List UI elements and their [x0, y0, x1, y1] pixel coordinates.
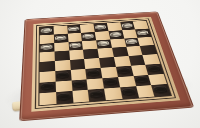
square-d8[interactable]: ⛂ — [88, 89, 106, 102]
white-piece[interactable]: ⛂ — [94, 23, 107, 32]
black-piece[interactable]: ⛂ — [41, 81, 55, 93]
white-piece[interactable]: ⛂ — [69, 40, 82, 50]
black-piece[interactable]: ⛂ — [152, 83, 169, 95]
black-piece[interactable]: ⛂ — [56, 69, 70, 80]
black-piece[interactable]: ⛂ — [121, 86, 137, 99]
photo-scene: ⛂⛂⛂⛂⛂⛂⛂⛂⛂⛂⛂⛂⛂⛂⛂⛂⛂⛂⛂⛂⛂⛂⛂⛂ — [0, 0, 200, 128]
white-piece[interactable]: ⛂ — [136, 28, 150, 37]
board-margin: ⛂⛂⛂⛂⛂⛂⛂⛂⛂⛂⛂⛂⛂⛂⛂⛂⛂⛂⛂⛂⛂⛂⛂⛂ — [31, 17, 180, 112]
square-h8[interactable]: ⛂ — [151, 84, 170, 96]
white-piece[interactable]: ⛂ — [82, 31, 95, 40]
white-piece[interactable]: ⛂ — [68, 24, 80, 33]
white-piece[interactable]: ⛂ — [41, 42, 53, 52]
white-piece[interactable]: ⛂ — [125, 37, 139, 46]
black-piece[interactable]: ⛂ — [103, 76, 118, 88]
white-piece[interactable]: ⛂ — [41, 26, 53, 35]
checkers-grid: ⛂⛂⛂⛂⛂⛂⛂⛂⛂⛂⛂⛂⛂⛂⛂⛂⛂⛂⛂⛂⛂⛂⛂⛂ — [38, 20, 172, 106]
white-piece[interactable]: ⛂ — [97, 39, 111, 49]
black-piece[interactable]: ⛂ — [86, 67, 101, 78]
board-border-lines: ⛂⛂⛂⛂⛂⛂⛂⛂⛂⛂⛂⛂⛂⛂⛂⛂⛂⛂⛂⛂⛂⛂⛂⛂ — [35, 18, 176, 108]
black-piece[interactable]: ⛂ — [146, 63, 162, 74]
black-piece[interactable]: ⛂ — [89, 88, 104, 101]
square-c8[interactable] — [72, 90, 89, 103]
white-piece[interactable]: ⛂ — [55, 33, 67, 42]
square-a8[interactable] — [39, 92, 56, 105]
black-piece[interactable]: ⛂ — [117, 65, 132, 76]
checkers-board: ⛂⛂⛂⛂⛂⛂⛂⛂⛂⛂⛂⛂⛂⛂⛂⛂⛂⛂⛂⛂⛂⛂⛂⛂ — [20, 12, 192, 120]
black-piece[interactable]: ⛂ — [57, 90, 72, 103]
black-piece[interactable]: ⛂ — [72, 78, 87, 90]
white-piece[interactable]: ⛂ — [109, 30, 123, 39]
white-piece[interactable]: ⛂ — [121, 21, 134, 30]
square-b8[interactable]: ⛂ — [56, 91, 73, 104]
